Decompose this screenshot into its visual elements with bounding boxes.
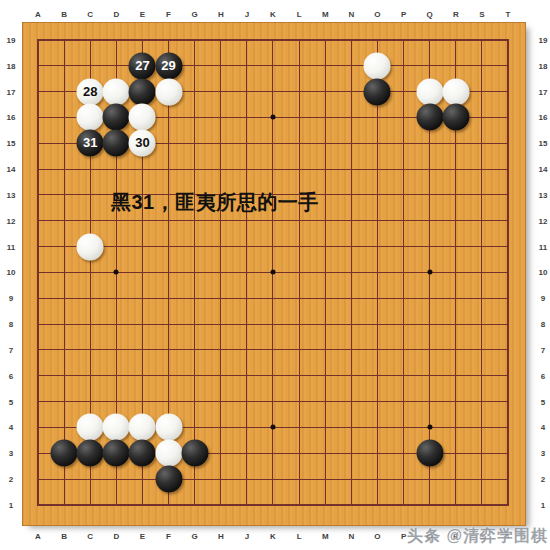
stone-white-q17 <box>416 78 443 105</box>
coord-label-left: 14 <box>7 165 16 174</box>
coord-label-left: 19 <box>7 36 16 45</box>
coord-label-top: M <box>322 10 329 19</box>
coord-label-bottom: K <box>270 532 276 541</box>
grid-line-vertical <box>377 39 378 506</box>
stone-white-r17 <box>442 78 469 105</box>
stone-black-q16 <box>416 104 443 131</box>
stone-black-g3 <box>181 440 208 467</box>
coord-label-right: 5 <box>541 397 545 406</box>
grid-line-horizontal <box>37 504 509 506</box>
stone-white-o18 <box>364 52 391 79</box>
coord-label-right: 19 <box>539 36 548 45</box>
coord-label-right: 15 <box>539 139 548 148</box>
stone-black-d15 <box>103 130 130 157</box>
stone-black-d16 <box>103 104 130 131</box>
stone-white-c11 <box>77 233 104 260</box>
coord-label-bottom: B <box>61 532 67 541</box>
star-point <box>114 270 119 275</box>
stone-white-c4 <box>77 414 104 441</box>
coord-label-top: S <box>479 10 484 19</box>
coord-label-bottom: G <box>192 532 198 541</box>
coord-label-bottom: L <box>297 532 302 541</box>
coord-label-bottom: O <box>374 532 380 541</box>
coord-label-right: 6 <box>541 371 545 380</box>
coord-label-left: 4 <box>9 423 13 432</box>
grid-line-horizontal <box>37 401 509 402</box>
coord-label-bottom: A <box>35 532 41 541</box>
star-point <box>427 270 432 275</box>
coord-label-right: 17 <box>539 87 548 96</box>
coord-label-top: N <box>348 10 354 19</box>
coord-label-bottom: P <box>401 532 406 541</box>
coord-label-right: 13 <box>539 190 548 199</box>
coord-label-right: 16 <box>539 113 548 122</box>
stone-black-o17 <box>364 78 391 105</box>
coord-label-right: 7 <box>541 345 545 354</box>
coord-label-bottom: D <box>113 532 119 541</box>
coord-label-bottom: M <box>322 532 329 541</box>
coord-label-top: O <box>374 10 380 19</box>
coord-label-right: 3 <box>541 449 545 458</box>
coord-label-left: 5 <box>9 397 13 406</box>
move-number: 27 <box>135 59 149 72</box>
coord-label-top: R <box>453 10 459 19</box>
grid-line-horizontal <box>37 324 509 325</box>
coord-label-right: 8 <box>541 320 545 329</box>
coord-label-left: 15 <box>7 139 16 148</box>
coord-label-bottom: F <box>166 532 171 541</box>
coord-label-left: 1 <box>9 500 13 509</box>
coord-label-top: A <box>35 10 41 19</box>
coord-label-top: P <box>401 10 406 19</box>
coord-label-left: 6 <box>9 371 13 380</box>
grid-line-vertical <box>403 39 404 506</box>
grid-line-horizontal <box>37 375 509 376</box>
stone-white-d17 <box>103 78 130 105</box>
stone-black-e3 <box>129 440 156 467</box>
coord-label-left: 8 <box>9 320 13 329</box>
grid-line-vertical <box>507 39 509 506</box>
stone-black-b3 <box>51 440 78 467</box>
coord-label-top: Q <box>427 10 433 19</box>
coord-label-right: 11 <box>539 242 547 251</box>
stone-white-e15: 30 <box>129 130 156 157</box>
coord-label-top: K <box>270 10 276 19</box>
coord-label-left: 10 <box>7 268 16 277</box>
move-number: 28 <box>83 85 97 98</box>
coord-label-bottom: E <box>140 532 145 541</box>
coord-label-top: D <box>113 10 119 19</box>
coord-label-left: 12 <box>7 216 16 225</box>
stone-black-f2 <box>155 466 182 493</box>
go-diagram: 2729283130AABBCCDDEEFFGGHHJJKKLLMMNNOOPP… <box>0 0 550 550</box>
coord-label-right: 12 <box>539 216 548 225</box>
coord-label-left: 2 <box>9 475 13 484</box>
coord-label-bottom: C <box>87 532 93 541</box>
stone-black-c15: 31 <box>77 130 104 157</box>
grid-line-horizontal <box>37 349 509 350</box>
stone-black-q3 <box>416 440 443 467</box>
coord-label-right: 1 <box>541 500 545 509</box>
grid-line-horizontal <box>37 298 509 299</box>
coord-label-top: G <box>192 10 198 19</box>
coord-label-top: F <box>166 10 171 19</box>
grid-line-horizontal <box>37 479 509 480</box>
stone-white-f3 <box>155 440 182 467</box>
coord-label-right: 4 <box>541 423 545 432</box>
coord-label-right: 2 <box>541 475 545 484</box>
coord-label-right: 14 <box>539 165 548 174</box>
coord-label-left: 17 <box>7 87 16 96</box>
stone-black-f18: 29 <box>155 52 182 79</box>
coord-label-left: 16 <box>7 113 16 122</box>
coord-label-top: H <box>218 10 224 19</box>
move-number: 31 <box>83 136 97 149</box>
star-point <box>270 270 275 275</box>
stone-white-f17 <box>155 78 182 105</box>
coord-label-left: 7 <box>9 345 13 354</box>
coord-label-right: 10 <box>539 268 548 277</box>
stone-white-f4 <box>155 414 182 441</box>
star-point <box>427 425 432 430</box>
coord-label-bottom: N <box>348 532 354 541</box>
stone-black-c3 <box>77 440 104 467</box>
move-annotation: 黑31，匪夷所思的一手 <box>111 189 319 216</box>
stone-black-d3 <box>103 440 130 467</box>
stone-white-e16 <box>129 104 156 131</box>
stone-black-r16 <box>442 104 469 131</box>
stone-white-d4 <box>103 414 130 441</box>
coord-label-left: 11 <box>7 242 15 251</box>
star-point <box>270 115 275 120</box>
grid-line-vertical <box>299 39 300 506</box>
coord-label-top: B <box>61 10 67 19</box>
move-number: 30 <box>135 136 149 149</box>
coord-label-top: L <box>297 10 302 19</box>
coord-label-top: J <box>245 10 249 19</box>
grid-line-vertical <box>351 39 352 506</box>
coord-label-top: T <box>506 10 511 19</box>
stone-white-c16 <box>77 104 104 131</box>
stone-white-e4 <box>129 414 156 441</box>
star-point <box>270 425 275 430</box>
coord-label-bottom: J <box>245 532 249 541</box>
coord-label-left: 9 <box>9 294 13 303</box>
coord-label-top: C <box>87 10 93 19</box>
grid-line-vertical <box>481 39 482 506</box>
coord-label-right: 18 <box>539 61 548 70</box>
stone-white-c17: 28 <box>77 78 104 105</box>
stone-black-e17 <box>129 78 156 105</box>
grid-line-vertical <box>325 39 326 506</box>
watermark: 头条 @清弈学围棋 <box>407 526 548 547</box>
coord-label-top: E <box>140 10 145 19</box>
move-number: 29 <box>161 59 175 72</box>
coord-label-left: 13 <box>7 190 16 199</box>
coord-label-left: 18 <box>7 61 16 70</box>
coord-label-bottom: H <box>218 532 224 541</box>
coord-label-left: 3 <box>9 449 13 458</box>
coord-label-right: 9 <box>541 294 545 303</box>
stone-black-e18: 27 <box>129 52 156 79</box>
